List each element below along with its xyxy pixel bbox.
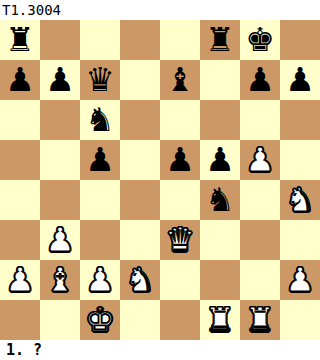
white-king-icon: ♚ bbox=[85, 300, 115, 340]
square-e7[interactable]: ♝ bbox=[160, 60, 200, 100]
square-c5[interactable]: ♟ bbox=[80, 140, 120, 180]
square-c2[interactable]: ♟ bbox=[80, 260, 120, 300]
square-a3[interactable] bbox=[0, 220, 40, 260]
white-queen-icon: ♛ bbox=[165, 220, 195, 260]
white-pawn-icon: ♟ bbox=[85, 260, 115, 300]
square-e8[interactable] bbox=[160, 20, 200, 60]
square-g7[interactable]: ♟ bbox=[240, 60, 280, 100]
square-a1[interactable] bbox=[0, 300, 40, 340]
square-e3[interactable]: ♛ bbox=[160, 220, 200, 260]
square-g3[interactable] bbox=[240, 220, 280, 260]
square-a6[interactable] bbox=[0, 100, 40, 140]
square-f2[interactable] bbox=[200, 260, 240, 300]
square-g1[interactable]: ♜ bbox=[240, 300, 280, 340]
black-rook-icon: ♜ bbox=[5, 20, 35, 60]
black-pawn-icon: ♟ bbox=[245, 60, 275, 100]
square-h7[interactable]: ♟ bbox=[280, 60, 320, 100]
white-rook-icon: ♜ bbox=[205, 300, 235, 340]
square-h5[interactable] bbox=[280, 140, 320, 180]
black-pawn-icon: ♟ bbox=[165, 140, 195, 180]
square-g5[interactable]: ♟ bbox=[240, 140, 280, 180]
black-pawn-icon: ♟ bbox=[85, 140, 115, 180]
square-c8[interactable] bbox=[80, 20, 120, 60]
square-g2[interactable] bbox=[240, 260, 280, 300]
square-b8[interactable] bbox=[40, 20, 80, 60]
square-a7[interactable]: ♟ bbox=[0, 60, 40, 100]
white-pawn-icon: ♟ bbox=[245, 140, 275, 180]
square-g6[interactable] bbox=[240, 100, 280, 140]
square-f1[interactable]: ♜ bbox=[200, 300, 240, 340]
square-d6[interactable] bbox=[120, 100, 160, 140]
white-knight-icon: ♞ bbox=[285, 180, 315, 220]
square-b3[interactable]: ♟ bbox=[40, 220, 80, 260]
square-d5[interactable] bbox=[120, 140, 160, 180]
square-e6[interactable] bbox=[160, 100, 200, 140]
square-b2[interactable]: ♝ bbox=[40, 260, 80, 300]
black-rook-icon: ♜ bbox=[205, 20, 235, 60]
white-pawn-icon: ♟ bbox=[45, 220, 75, 260]
square-a2[interactable]: ♟ bbox=[0, 260, 40, 300]
square-d4[interactable] bbox=[120, 180, 160, 220]
square-c1[interactable]: ♚ bbox=[80, 300, 120, 340]
black-king-icon: ♚ bbox=[245, 20, 275, 60]
black-knight-icon: ♞ bbox=[85, 100, 115, 140]
square-c6[interactable]: ♞ bbox=[80, 100, 120, 140]
square-e4[interactable] bbox=[160, 180, 200, 220]
square-c4[interactable] bbox=[80, 180, 120, 220]
square-h3[interactable] bbox=[280, 220, 320, 260]
white-rook-icon: ♜ bbox=[245, 300, 275, 340]
square-b1[interactable] bbox=[40, 300, 80, 340]
square-b7[interactable]: ♟ bbox=[40, 60, 80, 100]
square-d8[interactable] bbox=[120, 20, 160, 60]
square-e5[interactable]: ♟ bbox=[160, 140, 200, 180]
square-b6[interactable] bbox=[40, 100, 80, 140]
square-b5[interactable] bbox=[40, 140, 80, 180]
square-f4[interactable]: ♞ bbox=[200, 180, 240, 220]
square-a8[interactable]: ♜ bbox=[0, 20, 40, 60]
white-knight-icon: ♞ bbox=[125, 260, 155, 300]
square-f5[interactable]: ♟ bbox=[200, 140, 240, 180]
square-a4[interactable] bbox=[0, 180, 40, 220]
black-pawn-icon: ♟ bbox=[5, 60, 35, 100]
square-b4[interactable] bbox=[40, 180, 80, 220]
square-d7[interactable] bbox=[120, 60, 160, 100]
puzzle-title: T1.3004 bbox=[0, 0, 320, 20]
move-prompt: 1. ? bbox=[0, 340, 320, 360]
black-queen-icon: ♛ bbox=[85, 60, 115, 100]
square-f8[interactable]: ♜ bbox=[200, 20, 240, 60]
square-e2[interactable] bbox=[160, 260, 200, 300]
square-f6[interactable] bbox=[200, 100, 240, 140]
square-h2[interactable]: ♟ bbox=[280, 260, 320, 300]
chess-puzzle-app: T1.3004 ♜♜♚♟♟♛♝♟♟♞♟♟♟♟♞♞♟♛♟♝♟♞♟♚♜♜ 1. ? bbox=[0, 0, 320, 360]
square-d2[interactable]: ♞ bbox=[120, 260, 160, 300]
square-h6[interactable] bbox=[280, 100, 320, 140]
white-bishop-icon: ♝ bbox=[45, 260, 75, 300]
square-e1[interactable] bbox=[160, 300, 200, 340]
white-pawn-icon: ♟ bbox=[5, 260, 35, 300]
square-g8[interactable]: ♚ bbox=[240, 20, 280, 60]
square-h8[interactable] bbox=[280, 20, 320, 60]
black-pawn-icon: ♟ bbox=[285, 60, 315, 100]
square-f7[interactable] bbox=[200, 60, 240, 100]
square-c7[interactable]: ♛ bbox=[80, 60, 120, 100]
square-a5[interactable] bbox=[0, 140, 40, 180]
square-c3[interactable] bbox=[80, 220, 120, 260]
black-pawn-icon: ♟ bbox=[205, 140, 235, 180]
square-f3[interactable] bbox=[200, 220, 240, 260]
square-d3[interactable] bbox=[120, 220, 160, 260]
square-h4[interactable]: ♞ bbox=[280, 180, 320, 220]
square-d1[interactable] bbox=[120, 300, 160, 340]
black-knight-icon: ♞ bbox=[205, 180, 235, 220]
black-bishop-icon: ♝ bbox=[165, 60, 195, 100]
chess-board: ♜♜♚♟♟♛♝♟♟♞♟♟♟♟♞♞♟♛♟♝♟♞♟♚♜♜ bbox=[0, 20, 320, 340]
white-pawn-icon: ♟ bbox=[285, 260, 315, 300]
black-pawn-icon: ♟ bbox=[45, 60, 75, 100]
square-g4[interactable] bbox=[240, 180, 280, 220]
square-h1[interactable] bbox=[280, 300, 320, 340]
